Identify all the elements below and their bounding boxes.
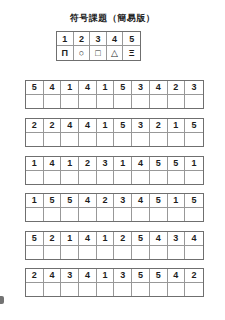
key-digit-cell: 1 (57, 32, 74, 46)
task-block-3: 1412314551 (25, 156, 204, 185)
answer-cell[interactable] (61, 171, 79, 185)
answer-cell[interactable] (114, 208, 132, 222)
digit-cell: 5 (44, 194, 62, 208)
answer-cell[interactable] (61, 246, 79, 260)
key-digit-cell: 3 (90, 32, 107, 46)
digit-cell: 1 (185, 157, 203, 171)
digit-cell: 1 (168, 194, 186, 208)
digit-cell: 5 (26, 81, 44, 95)
digit-cell: 5 (114, 119, 132, 133)
answer-cell[interactable] (61, 283, 79, 297)
answer-cell[interactable] (44, 171, 62, 185)
digit-cell: 2 (26, 269, 44, 283)
digit-cell: 5 (132, 269, 150, 283)
answer-cell[interactable] (97, 283, 115, 297)
answer-cell[interactable] (150, 171, 168, 185)
digit-cell: 1 (97, 119, 115, 133)
digit-cell: 3 (114, 194, 132, 208)
answer-cell[interactable] (97, 133, 115, 147)
key-symbol-triangle-icon: △ (107, 46, 124, 60)
answer-cell[interactable] (168, 208, 186, 222)
task-block-4: 1554234515 (25, 193, 204, 222)
answer-cell[interactable] (185, 283, 203, 297)
worksheet-page: 符号課題（簡易版） 12345Π○□△Ξ 5414153423224415321… (0, 0, 225, 320)
answer-cell[interactable] (26, 283, 44, 297)
task-block-2: 2244153215 (25, 118, 204, 147)
digit-cell: 1 (61, 157, 79, 171)
digit-cell: 4 (79, 119, 97, 133)
answer-cell[interactable] (44, 283, 62, 297)
answer-cell[interactable] (132, 246, 150, 260)
digit-cell: 1 (97, 269, 115, 283)
digit-cell: 2 (150, 119, 168, 133)
answer-cell[interactable] (168, 283, 186, 297)
digit-cell: 4 (132, 157, 150, 171)
key-symbol-open-box-icon: Π (57, 46, 74, 60)
digit-cell: 2 (44, 119, 62, 133)
key-digit-cell: 2 (74, 32, 91, 46)
digit-cell: 5 (61, 194, 79, 208)
digit-cell: 1 (114, 157, 132, 171)
answer-cell[interactable] (185, 208, 203, 222)
answer-cell[interactable] (114, 133, 132, 147)
digit-cell: 3 (97, 157, 115, 171)
digit-cell: 2 (168, 81, 186, 95)
key-symbol-square-icon: □ (90, 46, 107, 60)
answer-cell[interactable] (185, 133, 203, 147)
answer-cell[interactable] (44, 95, 62, 109)
digit-cell: 1 (168, 119, 186, 133)
digit-cell: 1 (97, 232, 115, 246)
digit-cell: 3 (132, 119, 150, 133)
answer-cell[interactable] (26, 133, 44, 147)
answer-cell[interactable] (97, 95, 115, 109)
digit-cell: 4 (132, 194, 150, 208)
digit-cell: 3 (185, 81, 203, 95)
key-digit-cell: 4 (107, 32, 124, 46)
scan-artifact (0, 296, 4, 304)
symbol-key-table: 12345Π○□△Ξ (56, 31, 141, 61)
digit-cell: 1 (61, 81, 79, 95)
answer-cell[interactable] (44, 208, 62, 222)
digit-cell: 4 (79, 269, 97, 283)
answer-cell[interactable] (79, 133, 97, 147)
digit-cell: 5 (185, 194, 203, 208)
answer-cell[interactable] (150, 208, 168, 222)
digit-cell: 2 (44, 232, 62, 246)
digit-cell: 4 (185, 232, 203, 246)
answer-cell[interactable] (97, 171, 115, 185)
digit-cell: 2 (114, 232, 132, 246)
digit-cell: 3 (168, 232, 186, 246)
digit-cell: 5 (150, 194, 168, 208)
digit-cell: 5 (150, 157, 168, 171)
answer-cell[interactable] (185, 171, 203, 185)
answer-cell[interactable] (168, 95, 186, 109)
answer-cell[interactable] (44, 246, 62, 260)
answer-cell[interactable] (185, 246, 203, 260)
answer-cell[interactable] (114, 246, 132, 260)
page-title: 符号課題（簡易版） (0, 13, 225, 24)
answer-cell[interactable] (150, 133, 168, 147)
digit-cell: 4 (150, 232, 168, 246)
answer-cell[interactable] (114, 283, 132, 297)
answer-cell[interactable] (132, 208, 150, 222)
answer-cell[interactable] (132, 95, 150, 109)
answer-cell[interactable] (132, 283, 150, 297)
digit-cell: 4 (79, 232, 97, 246)
digit-cell: 4 (44, 81, 62, 95)
digit-cell: 5 (26, 232, 44, 246)
digit-cell: 1 (97, 81, 115, 95)
task-block-6: 2434135542 (25, 268, 204, 297)
answer-cell[interactable] (79, 171, 97, 185)
digit-cell: 4 (168, 269, 186, 283)
answer-cell[interactable] (185, 95, 203, 109)
digit-cell: 5 (168, 157, 186, 171)
task-block-1: 5414153423 (25, 80, 204, 109)
answer-cell[interactable] (26, 95, 44, 109)
digit-cell: 2 (26, 119, 44, 133)
digit-cell: 3 (114, 269, 132, 283)
digit-cell: 1 (26, 194, 44, 208)
answer-cell[interactable] (150, 283, 168, 297)
digit-cell: 4 (44, 157, 62, 171)
key-digit-cell: 5 (123, 32, 140, 46)
digit-cell: 5 (132, 232, 150, 246)
digit-cell: 5 (185, 119, 203, 133)
digit-cell: 2 (97, 194, 115, 208)
task-block-5: 5214125434 (25, 231, 204, 260)
answer-cell[interactable] (150, 95, 168, 109)
digit-cell: 3 (132, 81, 150, 95)
answer-cell[interactable] (61, 95, 79, 109)
answer-cell[interactable] (97, 208, 115, 222)
answer-cell[interactable] (79, 246, 97, 260)
digit-cell: 4 (44, 269, 62, 283)
digit-cell: 3 (61, 269, 79, 283)
answer-cell[interactable] (132, 171, 150, 185)
answer-cell[interactable] (97, 246, 115, 260)
answer-cell[interactable] (26, 171, 44, 185)
answer-cell[interactable] (79, 208, 97, 222)
answer-cell[interactable] (132, 133, 150, 147)
answer-cell[interactable] (26, 246, 44, 260)
answer-cell[interactable] (150, 246, 168, 260)
answer-cell[interactable] (168, 246, 186, 260)
answer-cell[interactable] (79, 95, 97, 109)
answer-cell[interactable] (114, 95, 132, 109)
answer-cell[interactable] (44, 133, 62, 147)
digit-cell: 4 (61, 119, 79, 133)
digit-cell: 1 (26, 157, 44, 171)
key-symbol-circle-icon: ○ (74, 46, 91, 60)
answer-cell[interactable] (26, 208, 44, 222)
answer-cell[interactable] (168, 171, 186, 185)
digit-cell: 2 (185, 269, 203, 283)
digit-cell: 4 (150, 81, 168, 95)
digit-cell: 5 (150, 269, 168, 283)
digit-cell: 5 (114, 81, 132, 95)
answer-cell[interactable] (61, 133, 79, 147)
answer-cell[interactable] (79, 283, 97, 297)
digit-cell: 1 (61, 232, 79, 246)
digit-cell: 2 (79, 157, 97, 171)
key-symbol-three-bars-icon: Ξ (123, 46, 140, 60)
answer-cell[interactable] (61, 208, 79, 222)
digit-cell: 4 (79, 81, 97, 95)
answer-cell[interactable] (114, 171, 132, 185)
answer-cell[interactable] (168, 133, 186, 147)
digit-cell: 4 (79, 194, 97, 208)
